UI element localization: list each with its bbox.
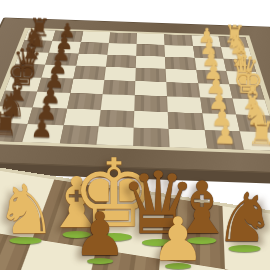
white-pawn-icon: ♟ <box>151 209 205 269</box>
foreground-piece-white-pawn: ♟ <box>151 209 205 269</box>
chess-set-photo: ♜♟♟♜♞♟♟♞♝♟♟♝♛♟♟♛♚♟♟♚♝♟♟♝♞♟♟♞♜♟♟♜ ♞ ♝ ♚ ♟… <box>0 0 270 270</box>
black-knight-icon: ♞ <box>215 184 270 252</box>
foreground-piece-black-knight: ♞ <box>215 184 270 252</box>
